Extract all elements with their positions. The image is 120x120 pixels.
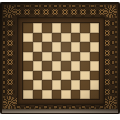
square-g4[interactable] [80,61,90,71]
carved-medallion [6,39,14,47]
carved-medallion [6,78,14,86]
carved-medallion [6,49,14,57]
carved-medallion [6,88,14,96]
square-g7[interactable] [80,33,90,43]
carved-medallion [89,8,97,16]
square-c8[interactable] [42,23,52,33]
square-e1[interactable] [61,90,71,100]
square-d3[interactable] [52,71,62,81]
square-f6[interactable] [71,42,81,52]
square-c1[interactable] [42,90,52,100]
board-photo [0,0,120,120]
square-e6[interactable] [61,42,71,52]
square-e5[interactable] [61,52,71,62]
square-g8[interactable] [80,23,90,33]
square-a3[interactable] [23,71,33,81]
square-h3[interactable] [90,71,100,81]
square-d2[interactable] [52,80,62,90]
square-f3[interactable] [71,71,81,81]
square-c5[interactable] [42,52,52,62]
square-b8[interactable] [33,23,43,33]
square-g2[interactable] [80,80,90,90]
square-f2[interactable] [71,80,81,90]
square-b7[interactable] [33,33,43,43]
square-d1[interactable] [52,90,62,100]
square-f5[interactable] [71,52,81,62]
square-b6[interactable] [33,42,43,52]
chess-board [0,2,120,114]
square-f7[interactable] [71,33,81,43]
square-d7[interactable] [52,33,62,43]
carved-medallion [79,8,87,16]
medallion-column-left [6,19,17,96]
square-c2[interactable] [42,80,52,90]
square-e8[interactable] [61,23,71,33]
square-e4[interactable] [61,61,71,71]
board-side-edge [2,109,118,113]
square-d8[interactable] [52,23,62,33]
carved-medallion [6,29,14,37]
square-a1[interactable] [23,90,33,100]
square-b1[interactable] [33,90,43,100]
carved-medallion [61,8,69,16]
carved-medallion [33,8,41,16]
corner-rosette [3,5,16,18]
carved-medallion [70,8,78,16]
square-g3[interactable] [80,71,90,81]
carved-medallion [6,58,14,66]
corner-rosette [104,96,117,109]
square-b4[interactable] [33,61,43,71]
square-e2[interactable] [61,80,71,90]
carved-medallion [23,8,31,16]
square-e7[interactable] [61,33,71,43]
square-f1[interactable] [71,90,81,100]
square-c7[interactable] [42,33,52,43]
bead-strip [115,8,117,108]
square-f8[interactable] [71,23,81,33]
square-a6[interactable] [23,42,33,52]
square-h8[interactable] [90,23,100,33]
square-a5[interactable] [23,52,33,62]
square-c3[interactable] [42,71,52,81]
square-a2[interactable] [23,80,33,90]
square-h7[interactable] [90,33,100,43]
carved-medallion [42,8,50,16]
carved-medallion [6,19,14,27]
bead-strip [4,5,116,7]
square-g6[interactable] [80,42,90,52]
square-h5[interactable] [90,52,100,62]
square-g5[interactable] [80,52,90,62]
square-h4[interactable] [90,61,100,71]
square-e3[interactable] [61,71,71,81]
square-b5[interactable] [33,52,43,62]
square-a8[interactable] [23,23,33,33]
squares-grid [22,22,100,100]
carved-medallion [6,68,14,76]
square-h2[interactable] [90,80,100,90]
square-h6[interactable] [90,42,100,52]
square-c4[interactable] [42,61,52,71]
square-h1[interactable] [90,90,100,100]
square-a4[interactable] [23,61,33,71]
square-c6[interactable] [42,42,52,52]
carved-medallion [51,8,59,16]
square-d4[interactable] [52,61,62,71]
square-f4[interactable] [71,61,81,71]
square-b2[interactable] [33,80,43,90]
square-a7[interactable] [23,33,33,43]
square-b3[interactable] [33,71,43,81]
corner-rosette [104,5,117,18]
square-g1[interactable] [80,90,90,100]
corner-rosette [3,96,16,109]
square-d6[interactable] [52,42,62,52]
square-d5[interactable] [52,52,62,62]
